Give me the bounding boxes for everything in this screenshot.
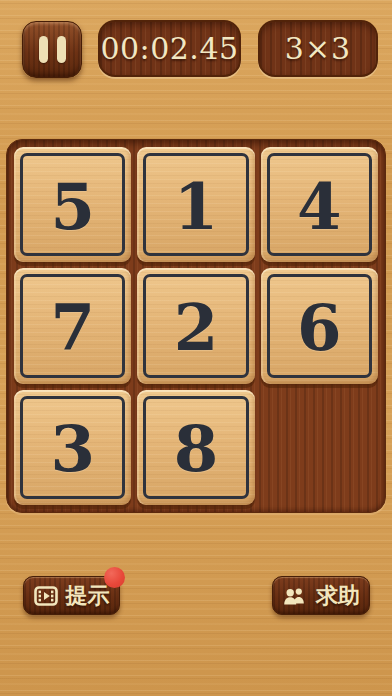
tile-7[interactable]: 7 [14, 268, 131, 383]
tile-number: 8 [174, 413, 219, 481]
timer-display: 00:02.45 [98, 20, 241, 77]
tile-number: 3 [50, 413, 95, 481]
tile-number: 5 [50, 171, 95, 239]
grid-size-label: 3×3 [285, 31, 351, 66]
empty-cell [261, 390, 378, 505]
game-background: 00:02.45 3×3 51472638 提示 求助 [0, 0, 392, 696]
board-grid: 51472638 [6, 139, 386, 513]
grid-size-button[interactable]: 3×3 [258, 20, 378, 77]
pause-icon [39, 36, 66, 63]
tile-number: 1 [174, 171, 219, 239]
tile-number: 7 [50, 292, 95, 360]
pause-button[interactable] [22, 21, 82, 78]
film-icon [34, 586, 58, 606]
tile-1[interactable]: 1 [137, 147, 254, 262]
tile-8[interactable]: 8 [137, 390, 254, 505]
help-label: 求助 [316, 581, 360, 611]
tile-number: 4 [297, 171, 342, 239]
hint-label: 提示 [66, 581, 110, 611]
timer-value: 00:02.45 [100, 31, 238, 66]
tile-2[interactable]: 2 [137, 268, 254, 383]
help-button[interactable]: 求助 [272, 576, 370, 615]
tile-number: 6 [297, 292, 342, 360]
tile-5[interactable]: 5 [14, 147, 131, 262]
notification-badge [104, 567, 125, 588]
people-icon [282, 586, 308, 606]
tile-6[interactable]: 6 [261, 268, 378, 383]
tile-number: 2 [174, 292, 219, 360]
tile-4[interactable]: 4 [261, 147, 378, 262]
tile-3[interactable]: 3 [14, 390, 131, 505]
hint-button[interactable]: 提示 [23, 576, 120, 615]
